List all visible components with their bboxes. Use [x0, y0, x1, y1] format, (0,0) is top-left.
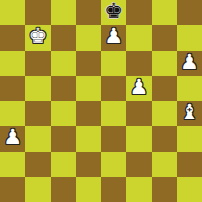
square-c5[interactable] [51, 76, 76, 101]
piece-white-pawn[interactable]: ♟ [104, 26, 123, 47]
square-g6[interactable] [152, 51, 177, 76]
square-a7[interactable] [0, 25, 25, 50]
square-b8[interactable] [25, 0, 50, 25]
square-f5[interactable]: ♟ [126, 76, 151, 101]
square-a4[interactable] [0, 101, 25, 126]
square-e7[interactable]: ♟ [101, 25, 126, 50]
square-c7[interactable] [51, 25, 76, 50]
square-f1[interactable] [126, 177, 151, 202]
square-b1[interactable] [25, 177, 50, 202]
square-d6[interactable] [76, 51, 101, 76]
square-f6[interactable] [126, 51, 151, 76]
square-a1[interactable] [0, 177, 25, 202]
square-f4[interactable] [126, 101, 151, 126]
square-f8[interactable] [126, 0, 151, 25]
square-g4[interactable] [152, 101, 177, 126]
square-c8[interactable] [51, 0, 76, 25]
square-b5[interactable] [25, 76, 50, 101]
square-g1[interactable] [152, 177, 177, 202]
square-b6[interactable] [25, 51, 50, 76]
square-c6[interactable] [51, 51, 76, 76]
square-d7[interactable] [76, 25, 101, 50]
square-e5[interactable] [101, 76, 126, 101]
square-h7[interactable] [177, 25, 202, 50]
square-h5[interactable] [177, 76, 202, 101]
square-b7[interactable]: ♚ [25, 25, 50, 50]
square-g8[interactable] [152, 0, 177, 25]
square-g7[interactable] [152, 25, 177, 50]
square-g3[interactable] [152, 126, 177, 151]
square-a2[interactable] [0, 152, 25, 177]
square-a8[interactable] [0, 0, 25, 25]
square-g2[interactable] [152, 152, 177, 177]
square-d5[interactable] [76, 76, 101, 101]
square-a3[interactable]: ♟ [0, 126, 25, 151]
piece-white-pawn[interactable]: ♟ [180, 52, 199, 73]
square-h3[interactable] [177, 126, 202, 151]
piece-white-pawn[interactable]: ♟ [3, 127, 22, 148]
square-d1[interactable] [76, 177, 101, 202]
square-h8[interactable] [177, 0, 202, 25]
square-b2[interactable] [25, 152, 50, 177]
square-c4[interactable] [51, 101, 76, 126]
square-e2[interactable] [101, 152, 126, 177]
square-d3[interactable] [76, 126, 101, 151]
square-b4[interactable] [25, 101, 50, 126]
square-g5[interactable] [152, 76, 177, 101]
square-a6[interactable] [0, 51, 25, 76]
square-e3[interactable] [101, 126, 126, 151]
square-e6[interactable] [101, 51, 126, 76]
square-c1[interactable] [51, 177, 76, 202]
square-e4[interactable] [101, 101, 126, 126]
piece-white-bishop[interactable]: ♝ [180, 102, 199, 123]
square-d8[interactable] [76, 0, 101, 25]
square-e8[interactable]: ♚ [101, 0, 126, 25]
square-e1[interactable] [101, 177, 126, 202]
square-d4[interactable] [76, 101, 101, 126]
square-c3[interactable] [51, 126, 76, 151]
square-h1[interactable] [177, 177, 202, 202]
square-f3[interactable] [126, 126, 151, 151]
square-h4[interactable]: ♝ [177, 101, 202, 126]
square-d2[interactable] [76, 152, 101, 177]
square-c2[interactable] [51, 152, 76, 177]
square-f2[interactable] [126, 152, 151, 177]
piece-black-king[interactable]: ♚ [104, 1, 123, 22]
square-h2[interactable] [177, 152, 202, 177]
piece-white-pawn[interactable]: ♟ [129, 77, 148, 98]
chess-board: ♚♚♟♟♟♝♟ [0, 0, 202, 202]
square-h6[interactable]: ♟ [177, 51, 202, 76]
piece-white-king[interactable]: ♚ [28, 26, 47, 47]
square-a5[interactable] [0, 76, 25, 101]
square-f7[interactable] [126, 25, 151, 50]
square-b3[interactable] [25, 126, 50, 151]
